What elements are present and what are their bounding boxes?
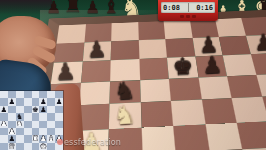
square-c7	[111, 40, 139, 60]
square-e6: ♚	[32, 106, 40, 113]
square-g2: ♝	[47, 135, 55, 142]
square-b1: ♛	[8, 143, 16, 150]
watermark-logo-icon	[57, 139, 63, 145]
black-pawn: ♟	[197, 52, 227, 76]
white-rook: ♜	[32, 135, 39, 142]
square-a4: ♟	[0, 121, 8, 128]
chess-clock: 0:08 0:16	[158, 0, 218, 21]
clock-buttons	[161, 15, 215, 19]
black-king: ♚	[32, 106, 39, 113]
square-h5	[55, 113, 63, 120]
square-d8	[24, 91, 32, 98]
square-g1	[47, 143, 55, 150]
square-c4: ♞	[109, 102, 141, 128]
clock-button-icon	[192, 15, 196, 18]
square-e5	[32, 113, 40, 120]
square-b7: ♟	[82, 41, 111, 61]
white-pawn: ♟	[1, 121, 8, 128]
square-d6	[24, 106, 32, 113]
white-knight: ♞	[16, 121, 23, 128]
square-a2	[0, 135, 8, 142]
square-g4	[47, 121, 55, 128]
black-pawn: ♟	[1, 106, 8, 113]
black-pawn: ♟	[249, 31, 266, 54]
square-g5	[47, 113, 55, 120]
square-b5	[8, 113, 16, 120]
square-c3	[16, 128, 24, 135]
square-f5	[39, 113, 47, 120]
square-e4	[32, 121, 40, 128]
square-b2: ♟	[8, 135, 16, 142]
clock-divider-line	[188, 3, 189, 12]
black-pawn: ♟	[40, 106, 47, 113]
square-h4	[55, 121, 63, 128]
square-b4	[8, 121, 16, 128]
clock-button-icon	[180, 15, 184, 18]
white-king: ♚	[40, 143, 47, 150]
square-f3	[39, 128, 47, 135]
square-f2: ♟	[39, 135, 47, 142]
square-e8	[164, 20, 192, 39]
square-a1	[0, 143, 8, 150]
square-e7	[32, 98, 40, 105]
square-b7: ♟	[8, 98, 16, 105]
square-d5	[24, 113, 32, 120]
square-c2	[16, 135, 24, 142]
black-knight: ♞	[16, 113, 23, 120]
square-c7	[16, 98, 24, 105]
square-f6: ♟	[195, 55, 227, 77]
square-h6	[55, 106, 63, 113]
clock-time-left: 0:08	[163, 4, 180, 12]
square-h3	[55, 128, 63, 135]
square-b6	[81, 60, 111, 82]
black-pawn: ♟	[82, 38, 111, 61]
square-a7	[0, 98, 8, 105]
square-a6: ♟	[51, 61, 83, 83]
black-pawn: ♟	[40, 98, 47, 105]
square-c6	[16, 106, 24, 113]
white-bishop: ♝	[247, 148, 266, 150]
clock-button-icon	[186, 15, 190, 18]
square-f4	[201, 98, 236, 124]
square-h8	[55, 91, 63, 98]
white-knight: ♞	[108, 101, 141, 128]
square-d6	[139, 58, 169, 80]
square-d3	[141, 126, 175, 150]
square-a8	[0, 91, 8, 98]
square-b8	[8, 91, 16, 98]
square-d4	[24, 121, 32, 128]
square-h7: ♟	[55, 98, 63, 105]
position-diagram: ♟♟♟♟♚♟♞♟♞♟♟♜♟♝♟♛♚	[0, 91, 63, 150]
square-a3	[0, 128, 8, 135]
square-a5	[0, 113, 8, 120]
square-e2: ♜	[32, 135, 40, 142]
square-d7	[138, 39, 167, 59]
square-e5	[169, 77, 201, 101]
square-b6	[8, 106, 16, 113]
square-b3: ♟	[8, 128, 16, 135]
square-f5	[198, 76, 232, 100]
square-f4	[39, 121, 47, 128]
square-e1	[32, 143, 40, 150]
square-d5	[140, 78, 171, 102]
white-pawn: ♟	[8, 128, 15, 135]
black-pawn: ♟	[8, 135, 15, 142]
square-d4	[140, 101, 173, 127]
square-b5	[79, 81, 111, 105]
black-pawn: ♟	[56, 98, 63, 105]
square-g7	[47, 98, 55, 105]
square-d8	[138, 21, 166, 40]
square-d2	[24, 135, 32, 142]
square-d7	[24, 98, 32, 105]
square-f8	[39, 91, 47, 98]
square-a6: ♟	[0, 106, 8, 113]
square-e3	[32, 128, 40, 135]
clock-time-right: 0:16	[196, 4, 213, 12]
white-queen: ♛	[8, 143, 15, 150]
square-e8	[32, 91, 40, 98]
black-king: ♚	[168, 54, 198, 78]
square-d1	[24, 143, 32, 150]
square-d3	[24, 128, 32, 135]
square-a8	[57, 24, 86, 43]
square-e6: ♚	[167, 57, 198, 79]
white-pawn: ♟	[40, 135, 47, 142]
black-pawn: ♟	[50, 59, 80, 83]
square-f2: ♟	[209, 149, 248, 150]
square-g8	[47, 91, 55, 98]
watermark-text: essfederation	[64, 138, 121, 147]
square-e3	[173, 124, 209, 150]
white-bishop: ♝	[48, 135, 55, 142]
square-c8	[16, 91, 24, 98]
square-f1: ♚	[39, 143, 47, 150]
square-e4	[171, 100, 205, 126]
square-g3	[237, 121, 266, 149]
square-c1	[16, 143, 24, 150]
square-c4: ♞	[16, 121, 24, 128]
square-g4	[232, 97, 266, 123]
clock-display: 0:08 0:16	[161, 2, 215, 13]
square-c8	[111, 22, 138, 41]
video-frame: ♟♜♟♝ ♞ ♟♝♚♛ ♜ ♟♟♟♟♚♟♞♟♞♟♟♜♟♝♟♛♚ 0:08 0:1…	[0, 0, 266, 150]
black-pawn: ♟	[8, 98, 15, 105]
square-g3	[47, 128, 55, 135]
square-c5: ♞	[16, 113, 24, 120]
table-shadow	[0, 0, 52, 16]
square-g6	[47, 106, 55, 113]
square-f6: ♟	[39, 106, 47, 113]
square-f7: ♟	[39, 98, 47, 105]
